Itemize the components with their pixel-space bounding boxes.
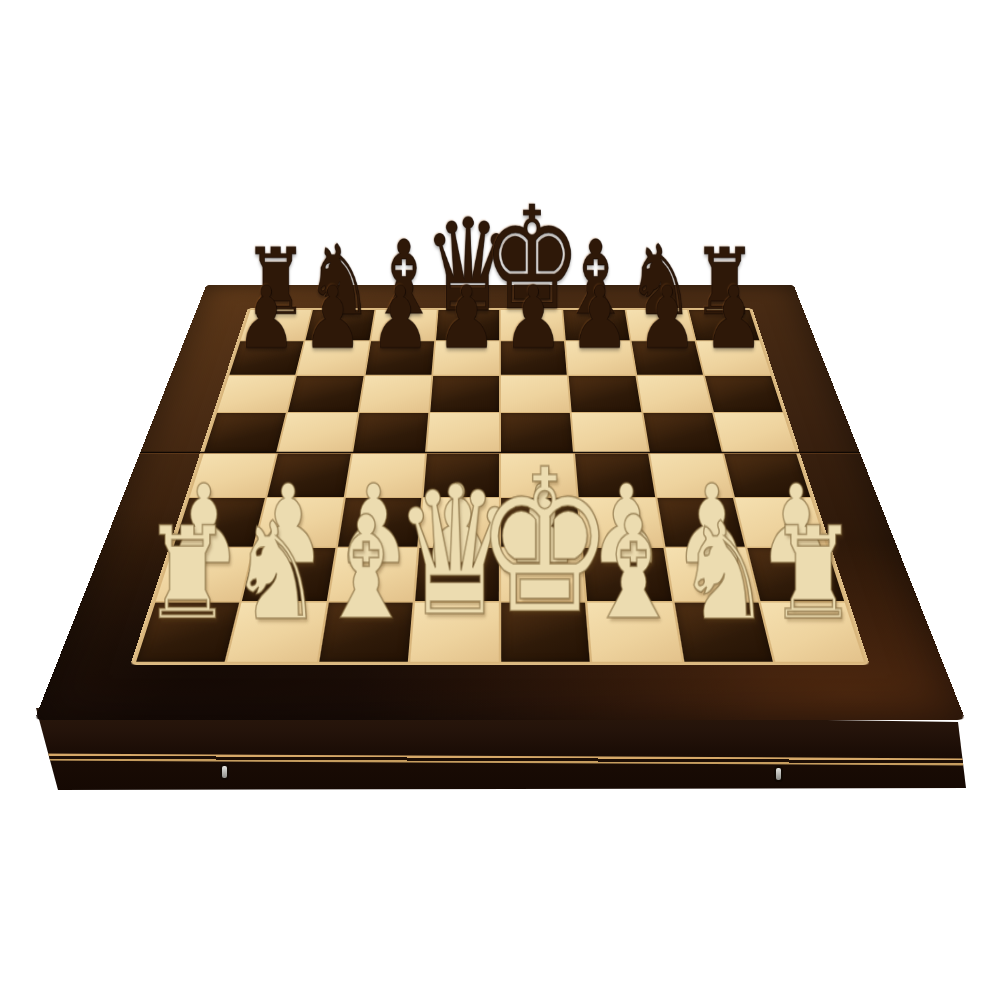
square-g1[interactable]: ♞ bbox=[674, 602, 773, 661]
square-a5[interactable] bbox=[204, 413, 286, 453]
piece-white-knight[interactable]: ♞ bbox=[229, 504, 323, 639]
piece-white-rook[interactable]: ♜ bbox=[143, 511, 232, 639]
square-h5[interactable] bbox=[714, 413, 796, 453]
square-c7[interactable]: ♟ bbox=[365, 341, 434, 374]
piece-black-pawn[interactable]: ♟ bbox=[703, 275, 763, 361]
square-h1[interactable]: ♜ bbox=[760, 602, 863, 661]
square-f7[interactable]: ♟ bbox=[566, 341, 635, 374]
square-g7[interactable]: ♟ bbox=[631, 341, 702, 374]
piece-black-pawn[interactable]: ♟ bbox=[570, 275, 630, 361]
square-b1[interactable]: ♞ bbox=[227, 602, 326, 661]
piece-black-pawn[interactable]: ♟ bbox=[303, 275, 363, 361]
piece-black-pawn[interactable]: ♟ bbox=[503, 275, 563, 361]
piece-white-king[interactable]: ♚ bbox=[476, 444, 615, 642]
square-e6[interactable] bbox=[501, 376, 570, 412]
board-grid: ♜♞♝♛♚♝♞♜♟♟♟♟♟♟♟♟♟♟♟♟♟♟♟♟♜♞♝♛♚♝♞♜ bbox=[130, 308, 870, 665]
square-g6[interactable] bbox=[637, 376, 712, 412]
square-b5[interactable] bbox=[278, 413, 357, 453]
piece-white-rook[interactable]: ♜ bbox=[768, 511, 857, 639]
square-h7[interactable]: ♟ bbox=[696, 341, 770, 374]
square-h6[interactable] bbox=[705, 376, 783, 412]
photo-stage: ♜♞♝♛♚♝♞♜♟♟♟♟♟♟♟♟♟♟♟♟♟♟♟♟♜♞♝♛♚♝♞♜ bbox=[0, 0, 1000, 1000]
square-f6[interactable] bbox=[569, 376, 641, 412]
piece-black-pawn[interactable]: ♟ bbox=[637, 275, 697, 361]
square-g5[interactable] bbox=[643, 413, 722, 453]
square-c5[interactable] bbox=[353, 413, 428, 453]
square-a1[interactable]: ♜ bbox=[136, 602, 239, 661]
square-e1[interactable]: ♚ bbox=[501, 602, 590, 661]
piece-black-pawn[interactable]: ♟ bbox=[236, 275, 296, 361]
piece-black-pawn[interactable]: ♟ bbox=[370, 275, 430, 361]
piece-black-pawn[interactable]: ♟ bbox=[436, 275, 496, 361]
square-b6[interactable] bbox=[288, 376, 363, 412]
piece-white-knight[interactable]: ♞ bbox=[676, 504, 770, 639]
square-d6[interactable] bbox=[430, 376, 499, 412]
square-a7[interactable]: ♟ bbox=[229, 341, 303, 374]
square-e7[interactable]: ♟ bbox=[501, 341, 567, 374]
square-a6[interactable] bbox=[217, 376, 295, 412]
square-d7[interactable]: ♟ bbox=[433, 341, 499, 374]
chess-board: ♜♞♝♛♚♝♞♜♟♟♟♟♟♟♟♟♟♟♟♟♟♟♟♟♜♞♝♛♚♝♞♜ bbox=[34, 285, 965, 720]
board-scene: ♜♞♝♛♚♝♞♜♟♟♟♟♟♟♟♟♟♟♟♟♟♟♟♟♜♞♝♛♚♝♞♜ bbox=[140, 93, 860, 813]
square-b7[interactable]: ♟ bbox=[297, 341, 368, 374]
square-c6[interactable] bbox=[359, 376, 431, 412]
